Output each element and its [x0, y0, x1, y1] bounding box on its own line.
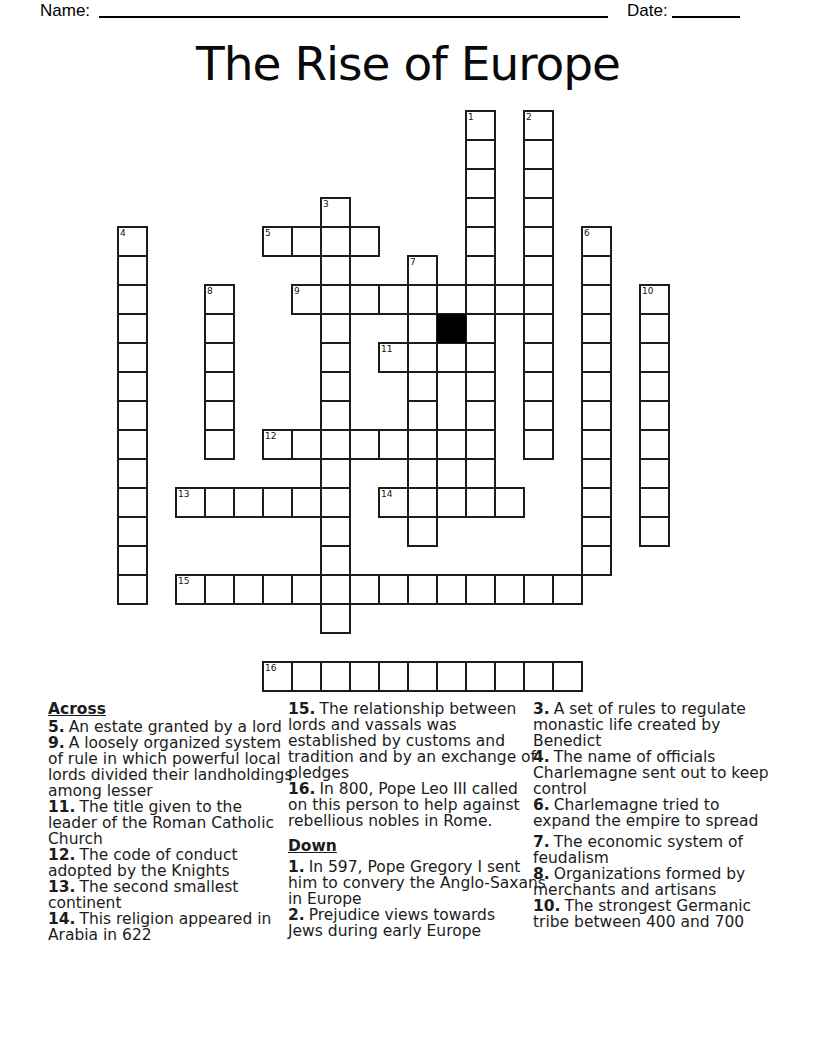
worksheet-page: Name: Date: The Rise of Europe 123456789… — [0, 0, 816, 1056]
clue-7: 7.The economic system of feudalism — [533, 834, 769, 866]
word-outline-6-down — [581, 226, 612, 576]
word-outline-12-across — [262, 429, 496, 460]
clue-text: Prejudice views towards Jews during earl… — [288, 906, 495, 940]
word-outline-9-across — [291, 284, 554, 315]
name-fill-line[interactable] — [99, 16, 608, 18]
word-outline-14-across — [378, 487, 525, 518]
clue-text: The strongest Germanic tribe between 400… — [533, 897, 751, 931]
clue-column-1: Across5.An estate granted by a lord9.A l… — [48, 701, 293, 943]
word-outline-5-across — [262, 226, 380, 257]
clue-number-4: 4 — [120, 228, 126, 238]
clue-number-7: 7 — [410, 257, 416, 267]
clue-number-15: 15 — [178, 576, 189, 586]
clue-number-12: 12 — [265, 431, 276, 441]
across-heading: Across — [48, 701, 293, 717]
clue-12: 12.The code of conduct adopted by the Kn… — [48, 847, 293, 879]
clue-11: 11.The title given to the leader of the … — [48, 799, 293, 847]
word-outline-15-across — [175, 574, 583, 605]
clue-3: 3.A set of rules to regulate monastic li… — [533, 701, 769, 749]
date-fill-line[interactable] — [672, 16, 740, 18]
clue-text: The code of conduct adopted by the Knigh… — [48, 846, 238, 880]
date-label: Date: — [627, 2, 668, 20]
word-outline-4-down — [117, 226, 148, 605]
word-outline-10-down — [639, 284, 670, 547]
clue-2: 2.Prejudice views towards Jews during ea… — [288, 907, 546, 939]
clue-number-6: 6 — [584, 228, 590, 238]
clue-text: The relationship between lords and vassa… — [288, 700, 536, 782]
word-outline-16-across — [262, 661, 583, 692]
clue-text: The economic system of feudalism — [533, 833, 743, 867]
clue-text: Organizations formed by merchants and ar… — [533, 865, 745, 899]
word-outline-11-across — [378, 342, 496, 373]
page-title: The Rise of Europe — [0, 36, 816, 92]
clue-number-10: 10 — [642, 286, 653, 296]
clue-6: 6.Charlemagne tried to expand the empire… — [533, 797, 769, 829]
clue-4: 4.The name of officials Charlemagne sent… — [533, 749, 769, 797]
clue-number-2: 2 — [526, 112, 532, 122]
clue-number-3: 3 — [323, 199, 329, 209]
clue-10: 10.The strongest Germanic tribe between … — [533, 898, 769, 930]
clue-number-8: 8 — [207, 286, 213, 296]
clue-13: 13.The second smallest continent — [48, 879, 293, 911]
clue-9: 9.A loosely organized system of rule in … — [48, 735, 293, 799]
word-outline-3-down — [320, 197, 351, 634]
black-cell — [437, 314, 466, 343]
clue-column-2: 15.The relationship between lords and va… — [288, 701, 546, 939]
clue-number-16: 16 — [265, 663, 276, 673]
clue-number-5: 5 — [265, 228, 271, 238]
clue-text: A loosely organized system of rule in wh… — [48, 734, 293, 800]
name-label: Name: — [40, 2, 90, 20]
clue-text: The title given to the leader of the Rom… — [48, 798, 274, 848]
clue-text: A set of rules to regulate monastic life… — [533, 700, 746, 750]
word-outline-8-down — [204, 284, 235, 460]
clue-column-3: 3.A set of rules to regulate monastic li… — [533, 701, 769, 930]
clue-text: The name of officials Charlemagne sent o… — [533, 748, 769, 798]
clue-8: 8.Organizations formed by merchants and … — [533, 866, 769, 898]
clue-15: 15.The relationship between lords and va… — [288, 701, 546, 781]
clue-5: 5.An estate granted by a lord — [48, 719, 293, 735]
clue-text: This religion appeared in Arabia in 622 — [48, 910, 271, 944]
clue-number-11: 11 — [381, 344, 392, 354]
clue-1: 1.In 597, Pope Gregory I sent him to con… — [288, 859, 546, 907]
clue-text: The second smallest continent — [48, 878, 238, 912]
down-heading: Down — [288, 838, 546, 854]
clue-number-1: 1 — [468, 112, 474, 122]
clue-number-14: 14 — [381, 489, 392, 499]
clue-14: 14.This religion appeared in Arabia in 6… — [48, 911, 293, 943]
crossword-grid: 12345678910111213141516 — [118, 111, 669, 691]
clue-text: In 597, Pope Gregory I sent him to conve… — [288, 858, 546, 908]
word-outline-13-across — [175, 487, 351, 518]
clue-16: 16.In 800, Pope Leo III called on this p… — [288, 781, 546, 829]
clue-number-9: 9 — [294, 286, 300, 296]
clue-text: Charlemagne tried to expand the empire t… — [533, 796, 758, 830]
clue-number-13: 13 — [178, 489, 189, 499]
clue-text: In 800, Pope Leo III called on this pers… — [288, 780, 520, 830]
